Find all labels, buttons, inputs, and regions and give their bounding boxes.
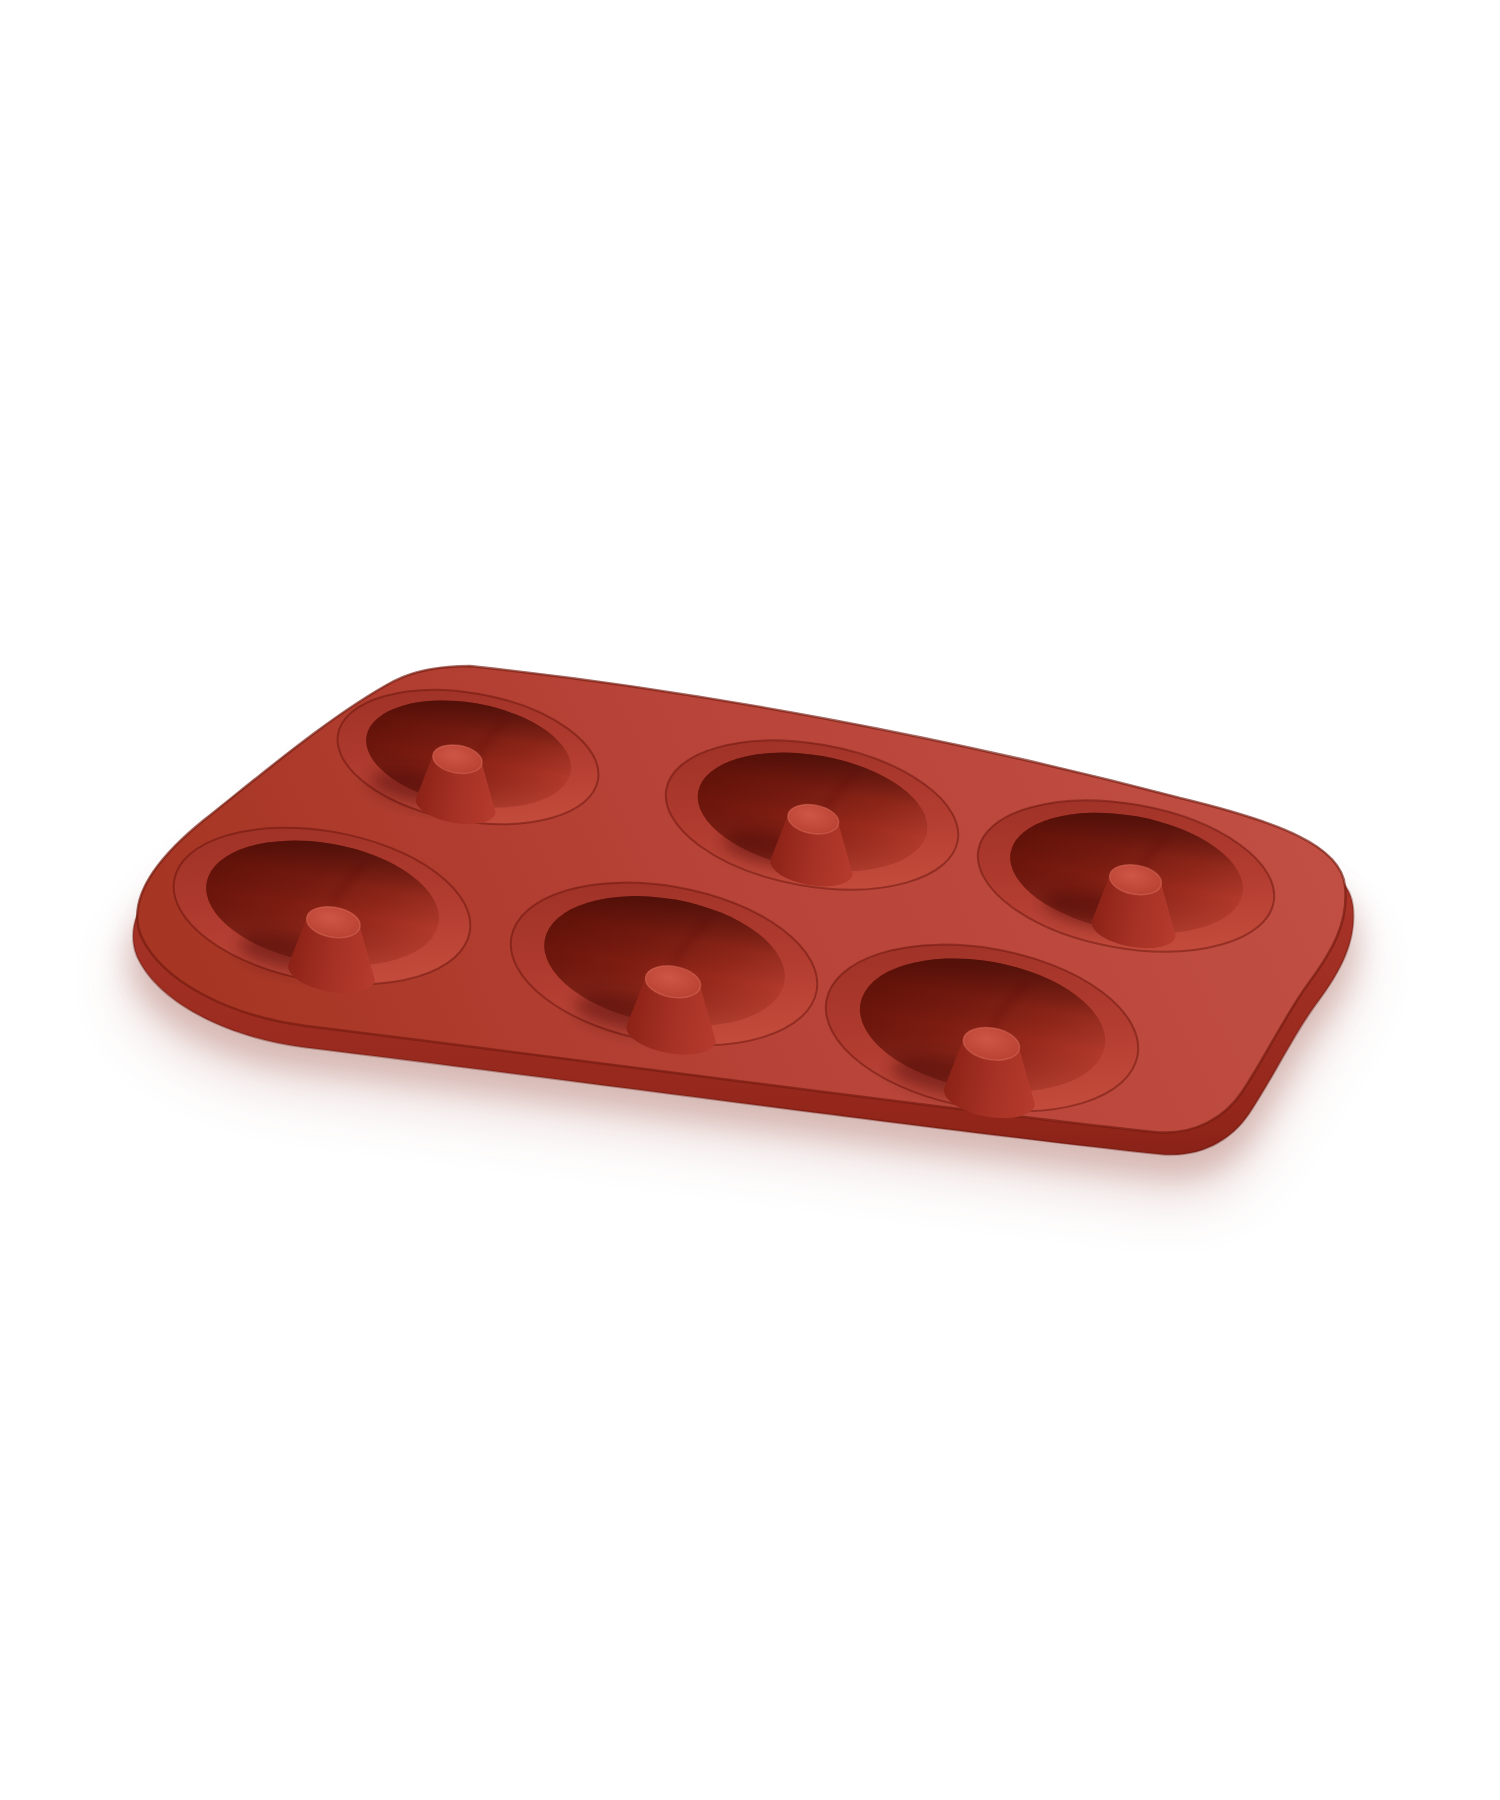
donut-pan-product-photo xyxy=(0,0,1500,1800)
pan-illustration xyxy=(0,0,1500,1800)
